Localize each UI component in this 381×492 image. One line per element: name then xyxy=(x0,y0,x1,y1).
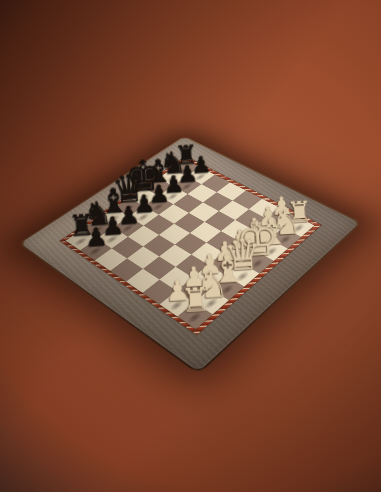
black-pawn-glyph: ♟ xyxy=(73,223,119,251)
white-rook-glyph: ♜ xyxy=(170,282,222,318)
photo-scene: ♜♞♝♛♚♝♞♜♟♟♟♟♟♟♟♟♟♟♟♟♟♟♟♟♜♞♝♛♚♝♞♜ xyxy=(0,0,381,492)
